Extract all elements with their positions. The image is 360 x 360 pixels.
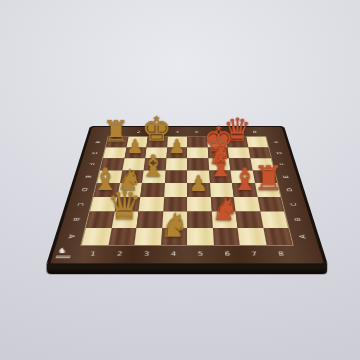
coordinate-label: G (268, 147, 292, 158)
coordinate-label: G (82, 147, 106, 158)
square-a8[interactable]: ♜ (106, 137, 128, 147)
gold-pawn-d7[interactable]: ♟ (168, 137, 185, 156)
square-d6[interactable] (165, 158, 187, 170)
square-c1[interactable] (134, 228, 161, 245)
gold-queen-b2[interactable]: ♛ (107, 186, 142, 225)
square-e3[interactable] (187, 197, 211, 212)
red-bishop-f5[interactable]: ♝ (207, 151, 234, 181)
coordinate-label: 7 (240, 245, 270, 263)
coordinate-label: C (280, 197, 308, 211)
square-d1[interactable]: ♞ (161, 228, 187, 245)
square-g1[interactable] (238, 228, 266, 245)
brand-logo-knight-icon: ♞ (56, 247, 82, 254)
square-a7[interactable] (103, 147, 126, 158)
coordinate-label: 8 (266, 245, 297, 263)
square-e4[interactable]: ♟ (187, 183, 210, 197)
brand-logo: ♞ (55, 247, 83, 260)
coordinate-label: H (86, 137, 109, 147)
square-d4[interactable] (164, 183, 187, 197)
square-h4[interactable]: ♜ (255, 183, 281, 197)
square-b2[interactable]: ♛ (111, 212, 138, 228)
coordinate-label: B (284, 212, 313, 228)
coordinates-bottom: 12345678 (77, 245, 297, 263)
square-e2[interactable] (187, 212, 212, 228)
gold-pawn-e4[interactable]: ♟ (189, 173, 208, 195)
red-rook-h4[interactable]: ♜ (253, 161, 284, 195)
chess-board: ♜♚♛♟♟♚♞♝♝♝♞♟♝♜♛♞♞ 12345678 12345678 HGFE… (46, 126, 329, 266)
square-b1[interactable] (108, 228, 136, 245)
photo-backdrop: ♜♚♛♟♟♚♞♝♝♝♞♟♝♜♛♞♞ 12345678 12345678 HGFE… (0, 0, 360, 360)
coordinate-label: 6 (213, 245, 242, 263)
coordinate-label: A (56, 228, 87, 245)
coordinate-label: 2 (105, 245, 135, 263)
coordinate-label: 4 (160, 245, 187, 263)
brand-logo-text-bar (55, 257, 70, 258)
coordinate-label: B (61, 212, 90, 228)
square-g2[interactable] (236, 212, 263, 228)
red-knight-f2[interactable]: ♞ (211, 194, 239, 225)
square-f1[interactable] (212, 228, 239, 245)
square-e1[interactable] (187, 228, 213, 245)
square-c5[interactable]: ♝ (142, 170, 165, 183)
square-d7[interactable]: ♟ (166, 147, 187, 158)
square-f2[interactable]: ♞ (211, 212, 237, 228)
gold-bishop-c5[interactable]: ♝ (140, 151, 167, 181)
coordinate-label: 5 (187, 245, 214, 263)
square-a1[interactable] (82, 228, 112, 245)
coordinate-label: H (265, 137, 288, 147)
square-f5[interactable]: ♝ (209, 170, 232, 183)
brand-logo-text-bar (56, 256, 71, 257)
board-front-edge (47, 263, 328, 274)
square-c4[interactable] (140, 183, 164, 197)
board-grid: ♜♚♛♟♟♚♞♝♝♝♞♟♝♜♛♞♞ (82, 137, 293, 245)
coordinate-label: 3 (132, 245, 161, 263)
square-c8[interactable]: ♚ (146, 137, 167, 147)
gold-knight-d1[interactable]: ♞ (159, 210, 188, 243)
coordinate-label: A (288, 228, 319, 245)
square-d5[interactable] (165, 170, 188, 183)
square-e6[interactable] (187, 158, 209, 170)
